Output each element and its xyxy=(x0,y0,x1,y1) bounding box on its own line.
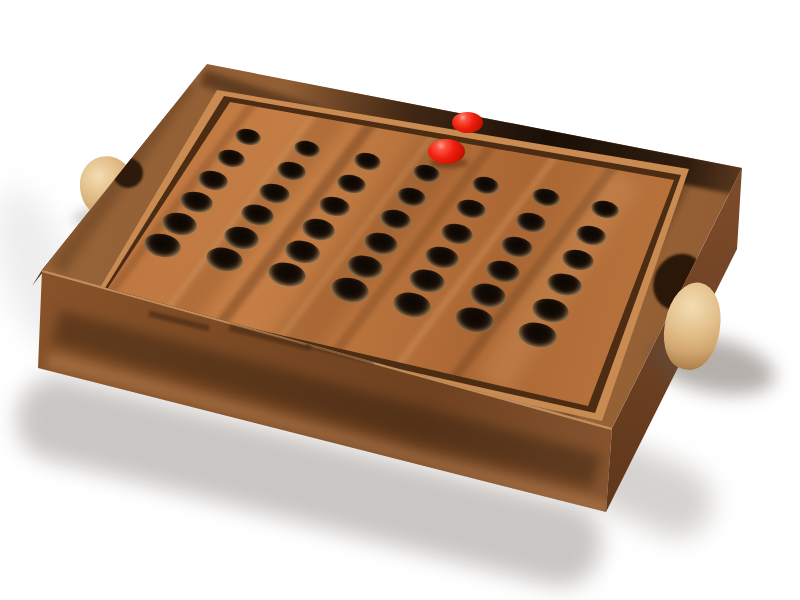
hole-r1c6[interactable] xyxy=(530,187,560,209)
hole-r2c2[interactable] xyxy=(275,160,306,183)
hole-r2c5[interactable] xyxy=(455,198,487,222)
hole-r4c2[interactable] xyxy=(240,202,276,228)
hole-r5c4[interactable] xyxy=(345,252,384,281)
hole-r3c7[interactable] xyxy=(560,247,596,273)
product-photo-connect-four-board xyxy=(0,0,800,600)
hole-r2c4[interactable] xyxy=(395,185,427,208)
red-ball-on-field[interactable] xyxy=(428,139,465,164)
hole-r4c7[interactable] xyxy=(545,271,583,299)
hole-r4c3[interactable] xyxy=(301,216,338,243)
hole-r6c4[interactable] xyxy=(329,275,371,305)
hole-r3c5[interactable] xyxy=(439,221,474,246)
hole-r6c3[interactable] xyxy=(266,260,307,290)
hole-r1c3[interactable] xyxy=(352,151,381,172)
hole-r6c1[interactable] xyxy=(142,230,183,260)
hole-r6c7[interactable] xyxy=(516,319,559,350)
hole-r6c6[interactable] xyxy=(453,305,496,336)
hole-r5c6[interactable] xyxy=(469,281,509,310)
hole-r3c4[interactable] xyxy=(378,208,413,233)
hole-r6c2[interactable] xyxy=(204,245,245,275)
hole-r2c7[interactable] xyxy=(575,223,608,247)
hole-r5c3[interactable] xyxy=(283,238,322,266)
hole-r6c5[interactable] xyxy=(391,290,433,321)
hole-r3c1[interactable] xyxy=(197,168,230,192)
red-peg-on-rail[interactable] xyxy=(452,112,483,133)
hole-r3c2[interactable] xyxy=(257,181,291,206)
hole-r4c6[interactable] xyxy=(484,257,522,284)
hole-r4c4[interactable] xyxy=(362,230,399,257)
hole-r3c3[interactable] xyxy=(318,194,352,219)
hole-r2c3[interactable] xyxy=(335,173,367,196)
hole-r5c7[interactable] xyxy=(530,295,570,324)
hole-r3c6[interactable] xyxy=(499,234,534,260)
hole-r1c7[interactable] xyxy=(590,199,621,221)
hole-r4c1[interactable] xyxy=(178,189,214,215)
hole-r5c1[interactable] xyxy=(160,209,198,237)
hole-r1c2[interactable] xyxy=(293,139,322,160)
hole-r5c5[interactable] xyxy=(407,267,447,296)
hole-r2c6[interactable] xyxy=(515,210,548,234)
hole-r2c1[interactable] xyxy=(215,147,246,170)
hole-r1c1[interactable] xyxy=(234,127,263,148)
hole-r1c5[interactable] xyxy=(471,175,501,197)
hole-r4c5[interactable] xyxy=(423,244,460,271)
